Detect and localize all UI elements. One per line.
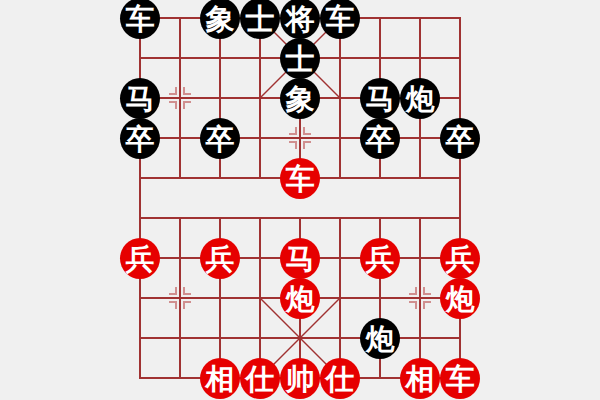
- piece-glyph: 象: [286, 85, 315, 114]
- board-point: 炮: [400, 78, 440, 118]
- black-soldier[interactable]: 卒: [360, 118, 400, 159]
- board-point: 马: [280, 238, 320, 278]
- piece-glyph: 仕: [246, 365, 275, 394]
- pieces-layer: 车象士将车士马象马炮卒卒卒卒车兵兵马兵兵炮炮炮相仕帅仕相车: [120, 0, 480, 398]
- black-cannon[interactable]: 炮: [360, 318, 400, 359]
- piece-glyph: 兵: [126, 245, 155, 274]
- board-point: 卒: [120, 118, 160, 158]
- piece-glyph: 兵: [206, 245, 235, 274]
- board-point: 将: [280, 0, 320, 38]
- board-point: 炮: [440, 278, 480, 318]
- board-point: 仕: [320, 358, 360, 398]
- red-cannon[interactable]: 炮: [280, 278, 320, 319]
- piece-glyph: 兵: [446, 245, 475, 274]
- board-point: 马: [120, 78, 160, 118]
- piece-glyph: 炮: [366, 325, 395, 354]
- red-soldier[interactable]: 兵: [440, 238, 480, 279]
- board-point: 兵: [440, 238, 480, 278]
- black-general[interactable]: 将: [280, 0, 320, 39]
- board-point: 车: [280, 158, 320, 198]
- black-chariot[interactable]: 车: [120, 0, 160, 39]
- board-point: 车: [440, 358, 480, 398]
- board-point: 卒: [200, 118, 240, 158]
- board-point: 象: [280, 78, 320, 118]
- red-advisor[interactable]: 仕: [240, 358, 280, 399]
- piece-glyph: 卒: [126, 125, 155, 154]
- piece-glyph: 炮: [446, 285, 475, 314]
- xiangqi-board[interactable]: 车象士将车士马象马炮卒卒卒卒车兵兵马兵兵炮炮炮相仕帅仕相车: [0, 0, 600, 400]
- piece-glyph: 炮: [406, 85, 435, 114]
- piece-glyph: 帅: [286, 365, 315, 394]
- board-point: 车: [120, 0, 160, 38]
- piece-glyph: 卒: [206, 125, 235, 154]
- board-point: 帅: [280, 358, 320, 398]
- black-horse[interactable]: 马: [360, 78, 400, 119]
- red-elephant[interactable]: 相: [200, 358, 240, 399]
- board-point: 相: [200, 358, 240, 398]
- piece-glyph: 马: [286, 245, 315, 274]
- black-advisor[interactable]: 士: [280, 38, 320, 79]
- piece-glyph: 车: [126, 5, 155, 34]
- board-point: 炮: [280, 278, 320, 318]
- board-point: 士: [280, 38, 320, 78]
- red-chariot[interactable]: 车: [440, 358, 480, 399]
- black-soldier[interactable]: 卒: [120, 118, 160, 159]
- board-point: 兵: [120, 238, 160, 278]
- piece-glyph: 卒: [366, 125, 395, 154]
- board-point: 兵: [360, 238, 400, 278]
- board-point: 相: [400, 358, 440, 398]
- black-soldier[interactable]: 卒: [200, 118, 240, 159]
- board-point: 仕: [240, 358, 280, 398]
- red-elephant[interactable]: 相: [400, 358, 440, 399]
- piece-glyph: 炮: [286, 285, 315, 314]
- red-advisor[interactable]: 仕: [320, 358, 360, 399]
- piece-glyph: 车: [446, 365, 475, 394]
- piece-glyph: 士: [246, 5, 275, 34]
- black-horse[interactable]: 马: [120, 78, 160, 119]
- piece-glyph: 将: [286, 5, 315, 34]
- red-soldier[interactable]: 兵: [200, 238, 240, 279]
- black-elephant[interactable]: 象: [200, 0, 240, 39]
- black-advisor[interactable]: 士: [240, 0, 280, 39]
- red-chariot[interactable]: 车: [280, 158, 320, 199]
- board-point: 车: [320, 0, 360, 38]
- piece-glyph: 车: [286, 165, 315, 194]
- red-soldier[interactable]: 兵: [120, 238, 160, 279]
- piece-glyph: 象: [206, 5, 235, 34]
- piece-glyph: 相: [406, 365, 435, 394]
- board-point: 象: [200, 0, 240, 38]
- piece-glyph: 仕: [326, 365, 355, 394]
- piece-glyph: 车: [326, 5, 355, 34]
- red-cannon[interactable]: 炮: [440, 278, 480, 319]
- black-cannon[interactable]: 炮: [400, 78, 440, 119]
- piece-glyph: 卒: [446, 125, 475, 154]
- red-general[interactable]: 帅: [280, 358, 320, 399]
- black-chariot[interactable]: 车: [320, 0, 360, 39]
- board-point: 卒: [360, 118, 400, 158]
- piece-glyph: 马: [126, 85, 155, 114]
- board-point: 士: [240, 0, 280, 38]
- piece-glyph: 相: [206, 365, 235, 394]
- board-point: 马: [360, 78, 400, 118]
- red-horse[interactable]: 马: [280, 238, 320, 279]
- board-point: 卒: [440, 118, 480, 158]
- piece-glyph: 兵: [366, 245, 395, 274]
- board-point: 炮: [360, 318, 400, 358]
- piece-glyph: 士: [286, 45, 315, 74]
- black-soldier[interactable]: 卒: [440, 118, 480, 159]
- xiangqi-app: 车象士将车士马象马炮卒卒卒卒车兵兵马兵兵炮炮炮相仕帅仕相车: [0, 0, 600, 400]
- piece-glyph: 马: [366, 85, 395, 114]
- board-point: 兵: [200, 238, 240, 278]
- black-elephant[interactable]: 象: [280, 78, 320, 119]
- red-soldier[interactable]: 兵: [360, 238, 400, 279]
